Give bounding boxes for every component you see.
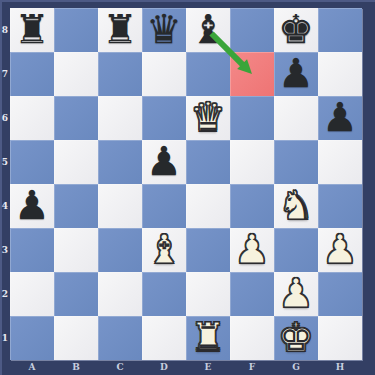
square-h2[interactable] (318, 272, 362, 316)
square-g2[interactable]: ♟ (274, 272, 318, 316)
piece-white-rook-e1[interactable]: ♜ (190, 315, 226, 359)
highlighted-square-f7[interactable] (230, 52, 274, 96)
piece-white-pawn-h3[interactable]: ♟ (322, 227, 358, 271)
square-b8[interactable] (54, 8, 98, 52)
square-a7[interactable] (10, 52, 54, 96)
chess-board: ♜♜♛♝♚♟♛♟♟♟♞♝♟♟♟♜♚ (10, 8, 362, 360)
square-b4[interactable] (54, 184, 98, 228)
piece-white-queen-e6[interactable]: ♛ (190, 95, 226, 139)
piece-black-pawn-a4[interactable]: ♟ (14, 183, 50, 227)
square-c1[interactable] (98, 316, 142, 360)
square-b5[interactable] (54, 140, 98, 184)
square-h7[interactable] (318, 52, 362, 96)
square-g8[interactable]: ♚ (274, 8, 318, 52)
square-c2[interactable] (98, 272, 142, 316)
piece-black-bishop-e8[interactable]: ♝ (190, 7, 226, 51)
file-label-h: H (318, 361, 362, 375)
square-a6[interactable] (10, 96, 54, 140)
piece-black-pawn-d5[interactable]: ♟ (146, 139, 182, 183)
square-g6[interactable] (274, 96, 318, 140)
square-e4[interactable] (186, 184, 230, 228)
square-c8[interactable]: ♜ (98, 8, 142, 52)
file-label-b: B (54, 361, 98, 375)
piece-white-bishop-d3[interactable]: ♝ (146, 227, 182, 271)
square-e3[interactable] (186, 228, 230, 272)
square-e6[interactable]: ♛ (186, 96, 230, 140)
square-f2[interactable] (230, 272, 274, 316)
file-label-c: C (98, 361, 142, 375)
square-f8[interactable] (230, 8, 274, 52)
square-a4[interactable]: ♟ (10, 184, 54, 228)
square-h6[interactable]: ♟ (318, 96, 362, 140)
piece-black-pawn-g7[interactable]: ♟ (278, 51, 314, 95)
rank-label-1: 1 (0, 316, 10, 360)
square-f1[interactable] (230, 316, 274, 360)
square-b6[interactable] (54, 96, 98, 140)
square-b1[interactable] (54, 316, 98, 360)
piece-black-pawn-h6[interactable]: ♟ (322, 95, 358, 139)
rank-label-2: 2 (0, 272, 10, 316)
rank-label-5: 5 (0, 140, 10, 184)
square-a8[interactable]: ♜ (10, 8, 54, 52)
square-f5[interactable] (230, 140, 274, 184)
square-g7[interactable]: ♟ (274, 52, 318, 96)
square-d7[interactable] (142, 52, 186, 96)
chess-app: ♜♜♛♝♚♟♛♟♟♟♞♝♟♟♟♜♚ 87654321 ABCDEFGH (0, 0, 375, 375)
rank-label-8: 8 (0, 8, 10, 52)
square-g3[interactable] (274, 228, 318, 272)
rank-label-7: 7 (0, 52, 10, 96)
piece-white-pawn-f3[interactable]: ♟ (234, 227, 270, 271)
square-e5[interactable] (186, 140, 230, 184)
square-c3[interactable] (98, 228, 142, 272)
square-d8[interactable]: ♛ (142, 8, 186, 52)
square-e2[interactable] (186, 272, 230, 316)
file-label-e: E (186, 361, 230, 375)
rank-label-6: 6 (0, 96, 10, 140)
square-e1[interactable]: ♜ (186, 316, 230, 360)
square-c5[interactable] (98, 140, 142, 184)
square-f4[interactable] (230, 184, 274, 228)
file-label-d: D (142, 361, 186, 375)
square-d1[interactable] (142, 316, 186, 360)
square-a3[interactable] (10, 228, 54, 272)
piece-white-king-g1[interactable]: ♚ (278, 315, 314, 359)
square-g5[interactable] (274, 140, 318, 184)
square-b3[interactable] (54, 228, 98, 272)
square-h1[interactable] (318, 316, 362, 360)
square-h3[interactable]: ♟ (318, 228, 362, 272)
rank-label-3: 3 (0, 228, 10, 272)
piece-white-knight-g4[interactable]: ♞ (278, 183, 314, 227)
square-e8[interactable]: ♝ (186, 8, 230, 52)
square-d2[interactable] (142, 272, 186, 316)
piece-black-rook-a8[interactable]: ♜ (14, 7, 50, 51)
square-h5[interactable] (318, 140, 362, 184)
square-d3[interactable]: ♝ (142, 228, 186, 272)
file-label-g: G (274, 361, 318, 375)
file-label-a: A (10, 361, 54, 375)
square-f6[interactable] (230, 96, 274, 140)
square-g4[interactable]: ♞ (274, 184, 318, 228)
square-e7[interactable] (186, 52, 230, 96)
square-h8[interactable] (318, 8, 362, 52)
square-c6[interactable] (98, 96, 142, 140)
square-d4[interactable] (142, 184, 186, 228)
square-a2[interactable] (10, 272, 54, 316)
square-f3[interactable]: ♟ (230, 228, 274, 272)
file-label-f: F (230, 361, 274, 375)
square-a5[interactable] (10, 140, 54, 184)
piece-black-rook-c8[interactable]: ♜ (102, 7, 138, 51)
square-d6[interactable] (142, 96, 186, 140)
square-g1[interactable]: ♚ (274, 316, 318, 360)
square-b7[interactable] (54, 52, 98, 96)
square-c7[interactable] (98, 52, 142, 96)
square-h4[interactable] (318, 184, 362, 228)
piece-white-pawn-g2[interactable]: ♟ (278, 271, 314, 315)
square-d5[interactable]: ♟ (142, 140, 186, 184)
piece-black-king-g8[interactable]: ♚ (278, 7, 314, 51)
piece-black-queen-d8[interactable]: ♛ (146, 7, 182, 51)
rank-label-4: 4 (0, 184, 10, 228)
square-a1[interactable] (10, 316, 54, 360)
square-c4[interactable] (98, 184, 142, 228)
square-b2[interactable] (54, 272, 98, 316)
